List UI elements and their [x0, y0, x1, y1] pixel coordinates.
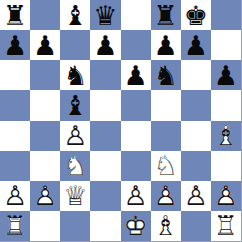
square-a1[interactable]: ♜♖ [0, 211, 30, 241]
square-g6[interactable] [181, 60, 211, 90]
white-pawn-e2[interactable] [121, 181, 151, 211]
white-pawn-a2[interactable] [0, 181, 30, 211]
square-f1[interactable]: ♝♗ [151, 211, 181, 241]
square-h3[interactable] [211, 151, 241, 181]
square-c4[interactable]: ♟♙ [60, 121, 90, 151]
square-b7[interactable]: ♟ [30, 30, 60, 60]
square-f3[interactable]: ♞♘ [151, 151, 181, 181]
square-f4[interactable] [151, 121, 181, 151]
white-rook-a1[interactable] [0, 211, 30, 241]
square-h1[interactable]: ♜♖ [211, 211, 241, 241]
white-queen-c2[interactable] [60, 181, 90, 211]
square-g2[interactable]: ♟♙ [181, 181, 211, 211]
square-c1[interactable] [60, 211, 90, 241]
square-e6[interactable]: ♟ [121, 60, 151, 90]
square-g7[interactable]: ♟ [181, 30, 211, 60]
black-pawn-g7[interactable] [181, 30, 211, 60]
black-pawn-f7[interactable] [151, 30, 181, 60]
square-c7[interactable] [60, 30, 90, 60]
square-d8[interactable]: ♛ [90, 0, 120, 30]
square-e4[interactable] [121, 121, 151, 151]
white-knight-f3[interactable] [151, 151, 181, 181]
square-a5[interactable] [0, 90, 30, 120]
black-rook-f8[interactable] [151, 0, 181, 30]
square-a3[interactable] [0, 151, 30, 181]
square-e7[interactable] [121, 30, 151, 60]
square-c3[interactable]: ♞♘ [60, 151, 90, 181]
square-f2[interactable]: ♟♙ [151, 181, 181, 211]
black-knight-c6[interactable] [60, 60, 90, 90]
square-c5[interactable]: ♝ [60, 90, 90, 120]
black-pawn-h6[interactable] [211, 60, 241, 90]
square-g4[interactable] [181, 121, 211, 151]
square-e2[interactable]: ♟♙ [121, 181, 151, 211]
square-e1[interactable]: ♚♔ [121, 211, 151, 241]
square-b4[interactable] [30, 121, 60, 151]
square-e3[interactable] [121, 151, 151, 181]
square-b8[interactable] [30, 0, 60, 30]
square-h6[interactable]: ♟ [211, 60, 241, 90]
white-pawn-g2[interactable] [181, 181, 211, 211]
square-b1[interactable] [30, 211, 60, 241]
square-f7[interactable]: ♟ [151, 30, 181, 60]
square-d4[interactable] [90, 121, 120, 151]
black-knight-f6[interactable] [151, 60, 181, 90]
black-pawn-e6[interactable] [121, 60, 151, 90]
white-rook-h1[interactable] [211, 211, 241, 241]
square-c6[interactable]: ♞ [60, 60, 90, 90]
square-g3[interactable] [181, 151, 211, 181]
square-h5[interactable] [211, 90, 241, 120]
white-bishop-f1[interactable] [151, 211, 181, 241]
square-b3[interactable] [30, 151, 60, 181]
white-bishop-h4[interactable] [211, 121, 241, 151]
square-d5[interactable] [90, 90, 120, 120]
black-king-g8[interactable] [181, 0, 211, 30]
white-pawn-b2[interactable] [30, 181, 60, 211]
black-bishop-c8[interactable] [60, 0, 90, 30]
square-f5[interactable] [151, 90, 181, 120]
black-rook-a8[interactable] [0, 0, 30, 30]
square-a8[interactable]: ♜ [0, 0, 30, 30]
square-f8[interactable]: ♜ [151, 0, 181, 30]
square-d1[interactable] [90, 211, 120, 241]
square-h7[interactable] [211, 30, 241, 60]
white-pawn-c4[interactable] [60, 121, 90, 151]
black-pawn-a7[interactable] [0, 30, 30, 60]
square-a4[interactable] [0, 121, 30, 151]
black-pawn-b7[interactable] [30, 30, 60, 60]
square-h8[interactable] [211, 0, 241, 30]
square-g8[interactable]: ♚ [181, 0, 211, 30]
square-a2[interactable]: ♟♙ [0, 181, 30, 211]
square-a6[interactable] [0, 60, 30, 90]
square-d3[interactable] [90, 151, 120, 181]
square-b6[interactable] [30, 60, 60, 90]
square-h2[interactable]: ♟♙ [211, 181, 241, 211]
square-e5[interactable] [121, 90, 151, 120]
square-d7[interactable]: ♟ [90, 30, 120, 60]
square-c2[interactable]: ♛♕ [60, 181, 90, 211]
white-king-e1[interactable] [121, 211, 151, 241]
square-d2[interactable] [90, 181, 120, 211]
black-pawn-d7[interactable] [90, 30, 120, 60]
square-c8[interactable]: ♝ [60, 0, 90, 30]
white-pawn-h2[interactable] [211, 181, 241, 211]
white-knight-c3[interactable] [60, 151, 90, 181]
square-b2[interactable]: ♟♙ [30, 181, 60, 211]
chess-board: ♜♝♛♜♚♟♟♟♟♟♞♟♞♟♝♟♙♝♗♞♘♞♘♟♙♟♙♛♕♟♙♟♙♟♙♟♙♜♖♚… [0, 0, 242, 242]
square-a7[interactable]: ♟ [0, 30, 30, 60]
square-d6[interactable] [90, 60, 120, 90]
square-b5[interactable] [30, 90, 60, 120]
square-g1[interactable] [181, 211, 211, 241]
square-g5[interactable] [181, 90, 211, 120]
black-queen-d8[interactable] [90, 0, 120, 30]
square-h4[interactable]: ♝♗ [211, 121, 241, 151]
white-pawn-f2[interactable] [151, 181, 181, 211]
square-f6[interactable]: ♞ [151, 60, 181, 90]
black-bishop-c5[interactable] [60, 90, 90, 120]
square-e8[interactable] [121, 0, 151, 30]
